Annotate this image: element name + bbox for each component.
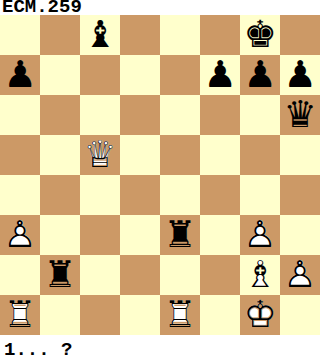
square-e1[interactable]: ♜♖ <box>160 295 200 335</box>
square-b4[interactable] <box>40 175 80 215</box>
piece-black-bishop[interactable]: ♝ <box>80 15 120 55</box>
square-a6[interactable] <box>0 95 40 135</box>
square-e2[interactable] <box>160 255 200 295</box>
square-d5[interactable] <box>120 135 160 175</box>
square-h6[interactable]: ♛ <box>280 95 320 135</box>
square-e7[interactable] <box>160 55 200 95</box>
square-a1[interactable]: ♜♖ <box>0 295 40 335</box>
chess-board: ♝♚♟♟♟♟♛♛♕♟♙♜♟♙♜♝♗♟♙♜♖♜♖♚♔ <box>0 15 320 335</box>
square-b3[interactable] <box>40 215 80 255</box>
square-b8[interactable] <box>40 15 80 55</box>
piece-white-rook[interactable]: ♖ <box>0 295 40 335</box>
piece-black-pawn[interactable]: ♟ <box>240 55 280 95</box>
square-b2[interactable]: ♜ <box>40 255 80 295</box>
piece-black-pawn[interactable]: ♟ <box>280 55 320 95</box>
piece-white-king[interactable]: ♔ <box>240 295 280 335</box>
square-f7[interactable]: ♟ <box>200 55 240 95</box>
square-c2[interactable] <box>80 255 120 295</box>
square-h3[interactable] <box>280 215 320 255</box>
square-e6[interactable] <box>160 95 200 135</box>
square-f1[interactable] <box>200 295 240 335</box>
piece-white-bishop[interactable]: ♗ <box>240 255 280 295</box>
piece-black-queen[interactable]: ♛ <box>280 95 320 135</box>
square-g8[interactable]: ♚ <box>240 15 280 55</box>
square-e3[interactable]: ♜ <box>160 215 200 255</box>
square-h4[interactable] <box>280 175 320 215</box>
square-g2[interactable]: ♝♗ <box>240 255 280 295</box>
square-h5[interactable] <box>280 135 320 175</box>
piece-black-rook[interactable]: ♜ <box>40 255 80 295</box>
square-c6[interactable] <box>80 95 120 135</box>
square-a8[interactable] <box>0 15 40 55</box>
square-c7[interactable] <box>80 55 120 95</box>
square-a3[interactable]: ♟♙ <box>0 215 40 255</box>
piece-black-pawn[interactable]: ♟ <box>0 55 40 95</box>
piece-black-king[interactable]: ♚ <box>240 15 280 55</box>
piece-white-rook[interactable]: ♖ <box>160 295 200 335</box>
square-g3[interactable]: ♟♙ <box>240 215 280 255</box>
square-c8[interactable]: ♝ <box>80 15 120 55</box>
square-f5[interactable] <box>200 135 240 175</box>
piece-black-pawn[interactable]: ♟ <box>200 55 240 95</box>
square-d3[interactable] <box>120 215 160 255</box>
square-a4[interactable] <box>0 175 40 215</box>
square-d7[interactable] <box>120 55 160 95</box>
square-e8[interactable] <box>160 15 200 55</box>
move-prompt: 1... ? <box>0 335 320 360</box>
square-f6[interactable] <box>200 95 240 135</box>
piece-white-pawn[interactable]: ♙ <box>0 215 40 255</box>
square-g6[interactable] <box>240 95 280 135</box>
square-c5[interactable]: ♛♕ <box>80 135 120 175</box>
square-h2[interactable]: ♟♙ <box>280 255 320 295</box>
square-h8[interactable] <box>280 15 320 55</box>
square-d8[interactable] <box>120 15 160 55</box>
square-d2[interactable] <box>120 255 160 295</box>
square-a5[interactable] <box>0 135 40 175</box>
square-f2[interactable] <box>200 255 240 295</box>
square-e4[interactable] <box>160 175 200 215</box>
square-h7[interactable]: ♟ <box>280 55 320 95</box>
chess-diagram-window: ECM.259 ♝♚♟♟♟♟♛♛♕♟♙♜♟♙♜♝♗♟♙♜♖♜♖♚♔ 1... ? <box>0 0 320 360</box>
piece-white-pawn[interactable]: ♙ <box>240 215 280 255</box>
square-b6[interactable] <box>40 95 80 135</box>
square-g4[interactable] <box>240 175 280 215</box>
square-g5[interactable] <box>240 135 280 175</box>
square-c4[interactable] <box>80 175 120 215</box>
square-h1[interactable] <box>280 295 320 335</box>
piece-white-pawn[interactable]: ♙ <box>280 255 320 295</box>
piece-black-rook[interactable]: ♜ <box>160 215 200 255</box>
square-f8[interactable] <box>200 15 240 55</box>
square-d1[interactable] <box>120 295 160 335</box>
square-e5[interactable] <box>160 135 200 175</box>
square-c1[interactable] <box>80 295 120 335</box>
square-b5[interactable] <box>40 135 80 175</box>
square-c3[interactable] <box>80 215 120 255</box>
square-g1[interactable]: ♚♔ <box>240 295 280 335</box>
square-b7[interactable] <box>40 55 80 95</box>
square-b1[interactable] <box>40 295 80 335</box>
piece-white-queen[interactable]: ♕ <box>80 135 120 175</box>
square-f3[interactable] <box>200 215 240 255</box>
square-a2[interactable] <box>0 255 40 295</box>
square-g7[interactable]: ♟ <box>240 55 280 95</box>
square-a7[interactable]: ♟ <box>0 55 40 95</box>
square-d4[interactable] <box>120 175 160 215</box>
square-f4[interactable] <box>200 175 240 215</box>
square-d6[interactable] <box>120 95 160 135</box>
